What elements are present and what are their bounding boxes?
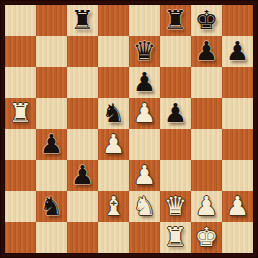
square-c7[interactable]	[67, 36, 98, 67]
square-a6[interactable]	[5, 67, 36, 98]
piece-white-pawn[interactable]: ♟	[129, 98, 160, 129]
square-e6[interactable]: ♟	[129, 67, 160, 98]
piece-black-pawn[interactable]: ♟	[191, 36, 222, 67]
square-a8[interactable]	[5, 5, 36, 36]
square-a7[interactable]	[5, 36, 36, 67]
square-g1[interactable]: ♚	[191, 222, 222, 253]
square-f5[interactable]: ♟	[160, 98, 191, 129]
square-g7[interactable]: ♟	[191, 36, 222, 67]
square-b4[interactable]: ♟	[36, 129, 67, 160]
square-d5[interactable]: ♞	[98, 98, 129, 129]
square-e5[interactable]: ♟	[129, 98, 160, 129]
square-h2[interactable]: ♟	[222, 191, 253, 222]
square-e3[interactable]: ♟	[129, 160, 160, 191]
square-d6[interactable]	[98, 67, 129, 98]
square-b5[interactable]	[36, 98, 67, 129]
square-g8[interactable]: ♚	[191, 5, 222, 36]
square-f3[interactable]	[160, 160, 191, 191]
square-b8[interactable]	[36, 5, 67, 36]
square-g2[interactable]: ♟	[191, 191, 222, 222]
square-d1[interactable]	[98, 222, 129, 253]
piece-black-knight[interactable]: ♞	[98, 98, 129, 129]
square-g4[interactable]	[191, 129, 222, 160]
square-f8[interactable]: ♜	[160, 5, 191, 36]
square-h8[interactable]	[222, 5, 253, 36]
piece-black-queen[interactable]: ♛	[129, 36, 160, 67]
square-c1[interactable]	[67, 222, 98, 253]
square-d2[interactable]: ♝	[98, 191, 129, 222]
square-a1[interactable]	[5, 222, 36, 253]
square-a2[interactable]	[5, 191, 36, 222]
piece-black-pawn[interactable]: ♟	[160, 98, 191, 129]
piece-black-pawn[interactable]: ♟	[36, 129, 67, 160]
square-e2[interactable]: ♞	[129, 191, 160, 222]
square-h7[interactable]: ♟	[222, 36, 253, 67]
square-c4[interactable]	[67, 129, 98, 160]
square-b2[interactable]: ♞	[36, 191, 67, 222]
square-a3[interactable]	[5, 160, 36, 191]
square-c8[interactable]: ♜	[67, 5, 98, 36]
square-h1[interactable]	[222, 222, 253, 253]
piece-white-rook[interactable]: ♜	[160, 222, 191, 253]
piece-white-pawn[interactable]: ♟	[222, 191, 253, 222]
square-a4[interactable]	[5, 129, 36, 160]
square-h4[interactable]	[222, 129, 253, 160]
square-d4[interactable]: ♟	[98, 129, 129, 160]
square-c2[interactable]	[67, 191, 98, 222]
piece-black-king[interactable]: ♚	[191, 5, 222, 36]
piece-white-rook[interactable]: ♜	[5, 98, 36, 129]
square-b3[interactable]	[36, 160, 67, 191]
square-e4[interactable]	[129, 129, 160, 160]
square-g5[interactable]	[191, 98, 222, 129]
square-d8[interactable]	[98, 5, 129, 36]
piece-black-rook[interactable]: ♜	[67, 5, 98, 36]
piece-black-pawn[interactable]: ♟	[222, 36, 253, 67]
square-h3[interactable]	[222, 160, 253, 191]
chess-board: ♜♜♚♛♟♟♟♜♞♟♟♟♟♟♟♞♝♞♛♟♟♜♚	[5, 5, 253, 253]
piece-white-king[interactable]: ♚	[191, 222, 222, 253]
piece-black-pawn[interactable]: ♟	[129, 67, 160, 98]
square-c3[interactable]: ♟	[67, 160, 98, 191]
square-f2[interactable]: ♛	[160, 191, 191, 222]
square-e8[interactable]	[129, 5, 160, 36]
piece-white-pawn[interactable]: ♟	[98, 129, 129, 160]
square-e1[interactable]	[129, 222, 160, 253]
square-c6[interactable]	[67, 67, 98, 98]
square-b7[interactable]	[36, 36, 67, 67]
square-e7[interactable]: ♛	[129, 36, 160, 67]
square-b6[interactable]	[36, 67, 67, 98]
square-d3[interactable]	[98, 160, 129, 191]
square-d7[interactable]	[98, 36, 129, 67]
square-f6[interactable]	[160, 67, 191, 98]
piece-white-knight[interactable]: ♞	[129, 191, 160, 222]
square-f1[interactable]: ♜	[160, 222, 191, 253]
square-f7[interactable]	[160, 36, 191, 67]
square-h6[interactable]	[222, 67, 253, 98]
piece-white-queen[interactable]: ♛	[160, 191, 191, 222]
piece-white-pawn[interactable]: ♟	[191, 191, 222, 222]
piece-white-pawn[interactable]: ♟	[129, 160, 160, 191]
square-h5[interactable]	[222, 98, 253, 129]
piece-black-pawn[interactable]: ♟	[67, 160, 98, 191]
piece-white-bishop[interactable]: ♝	[98, 191, 129, 222]
square-g3[interactable]	[191, 160, 222, 191]
square-b1[interactable]	[36, 222, 67, 253]
chess-board-frame: ♜♜♚♛♟♟♟♜♞♟♟♟♟♟♟♞♝♞♛♟♟♜♚	[0, 0, 258, 258]
square-f4[interactable]	[160, 129, 191, 160]
piece-black-rook[interactable]: ♜	[160, 5, 191, 36]
square-c5[interactable]	[67, 98, 98, 129]
piece-black-knight[interactable]: ♞	[36, 191, 67, 222]
square-a5[interactable]: ♜	[5, 98, 36, 129]
square-g6[interactable]	[191, 67, 222, 98]
